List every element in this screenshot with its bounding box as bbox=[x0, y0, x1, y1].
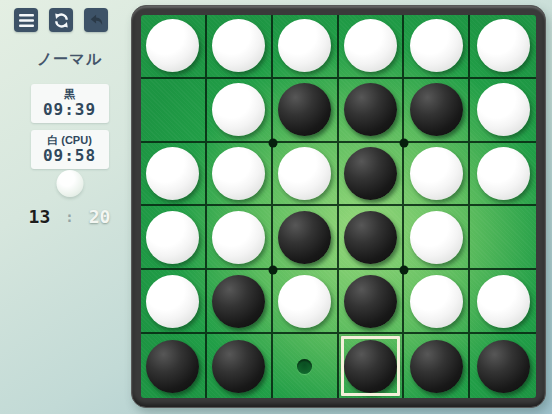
board-cell-r1c2[interactable] bbox=[207, 15, 273, 79]
board-cell-r6c6[interactable] bbox=[470, 334, 536, 398]
board-cell-r1c4[interactable] bbox=[339, 15, 405, 79]
menu-button[interactable] bbox=[14, 8, 38, 32]
black-stone bbox=[344, 275, 397, 328]
black-stone bbox=[278, 83, 331, 136]
board-cell-r3c3[interactable] bbox=[273, 143, 339, 207]
white-stone bbox=[410, 19, 463, 72]
undo-arrow-icon bbox=[88, 12, 105, 29]
white-stone bbox=[212, 147, 265, 200]
board-cell-r4c5[interactable] bbox=[404, 206, 470, 270]
board-frame bbox=[131, 5, 546, 408]
white-stone bbox=[212, 211, 265, 264]
black-stone bbox=[344, 340, 397, 393]
white-stone bbox=[278, 147, 331, 200]
black-stone bbox=[212, 275, 265, 328]
white-stone bbox=[410, 147, 463, 200]
board-cell-r2c1[interactable] bbox=[141, 79, 207, 143]
board-cell-r5c3[interactable] bbox=[273, 270, 339, 334]
white-stone bbox=[477, 83, 530, 136]
board-cell-r1c6[interactable] bbox=[470, 15, 536, 79]
white-score: 20 bbox=[89, 206, 111, 227]
black-timer-value: 09:39 bbox=[31, 101, 109, 119]
white-stone bbox=[146, 211, 199, 264]
black-stone bbox=[344, 211, 397, 264]
black-stone bbox=[344, 147, 397, 200]
board-cell-r2c6[interactable] bbox=[470, 79, 536, 143]
board-cell-r1c5[interactable] bbox=[404, 15, 470, 79]
black-stone bbox=[410, 340, 463, 393]
white-stone bbox=[410, 211, 463, 264]
white-stone bbox=[344, 19, 397, 72]
star-point bbox=[268, 266, 277, 275]
restart-button[interactable] bbox=[49, 8, 73, 32]
board-cell-r5c4[interactable] bbox=[339, 270, 405, 334]
score-separator: : bbox=[65, 209, 73, 225]
board-cell-r6c5[interactable] bbox=[404, 334, 470, 398]
black-stone bbox=[212, 340, 265, 393]
board-cell-r6c4[interactable] bbox=[339, 334, 405, 398]
board-cell-r3c6[interactable] bbox=[470, 143, 536, 207]
star-point bbox=[400, 266, 409, 275]
black-stone bbox=[278, 211, 331, 264]
board-cell-r2c3[interactable] bbox=[273, 79, 339, 143]
black-stone bbox=[477, 340, 530, 393]
board-cell-r2c4[interactable] bbox=[339, 79, 405, 143]
board-cell-r6c2[interactable] bbox=[207, 334, 273, 398]
white-stone bbox=[278, 275, 331, 328]
turn-indicator-white-stone bbox=[56, 170, 83, 197]
black-timer-card: 黒 09:39 bbox=[31, 84, 109, 123]
board-grid bbox=[141, 15, 536, 398]
black-player-label: 黒 bbox=[31, 87, 109, 101]
white-timer-value: 09:58 bbox=[31, 147, 109, 165]
board-cell-r4c3[interactable] bbox=[273, 206, 339, 270]
board-cell-r5c5[interactable] bbox=[404, 270, 470, 334]
star-point bbox=[268, 138, 277, 147]
board-cell-r6c3[interactable] bbox=[273, 334, 339, 398]
black-stone bbox=[146, 340, 199, 393]
star-point bbox=[400, 138, 409, 147]
black-score: 13 bbox=[29, 206, 51, 227]
board-cell-r4c6[interactable] bbox=[470, 206, 536, 270]
board-cell-r4c1[interactable] bbox=[141, 206, 207, 270]
white-stone bbox=[477, 275, 530, 328]
sidebar: ノーマル 黒 09:39 白 (CPU) 09:58 13 : 20 bbox=[0, 0, 139, 414]
board-cell-r4c4[interactable] bbox=[339, 206, 405, 270]
board-cell-r2c2[interactable] bbox=[207, 79, 273, 143]
white-timer-card: 白 (CPU) 09:58 bbox=[31, 130, 109, 169]
game-mode-label: ノーマル bbox=[0, 50, 139, 69]
board-cell-r3c2[interactable] bbox=[207, 143, 273, 207]
restart-sync-icon bbox=[53, 12, 70, 29]
board-cell-r2c5[interactable] bbox=[404, 79, 470, 143]
board-cell-r3c4[interactable] bbox=[339, 143, 405, 207]
hamburger-menu-icon bbox=[19, 14, 34, 27]
board-cell-r5c2[interactable] bbox=[207, 270, 273, 334]
board-cell-r4c2[interactable] bbox=[207, 206, 273, 270]
white-stone bbox=[212, 19, 265, 72]
legal-move-hint-dot[interactable] bbox=[297, 359, 312, 374]
undo-button[interactable] bbox=[84, 8, 108, 32]
board-cell-r3c1[interactable] bbox=[141, 143, 207, 207]
board-cell-r3c5[interactable] bbox=[404, 143, 470, 207]
white-player-label: 白 (CPU) bbox=[31, 133, 109, 147]
white-stone bbox=[477, 147, 530, 200]
black-stone bbox=[344, 83, 397, 136]
white-stone bbox=[477, 19, 530, 72]
score-display: 13 : 20 bbox=[0, 206, 139, 227]
white-stone bbox=[410, 275, 463, 328]
board-cell-r5c1[interactable] bbox=[141, 270, 207, 334]
board-cell-r5c6[interactable] bbox=[470, 270, 536, 334]
white-stone bbox=[278, 19, 331, 72]
board bbox=[141, 15, 536, 398]
white-stone bbox=[146, 275, 199, 328]
board-cell-r1c3[interactable] bbox=[273, 15, 339, 79]
white-stone bbox=[146, 147, 199, 200]
toolbar bbox=[14, 8, 108, 32]
white-stone bbox=[212, 83, 265, 136]
black-stone bbox=[410, 83, 463, 136]
white-stone bbox=[146, 19, 199, 72]
board-cell-r6c1[interactable] bbox=[141, 334, 207, 398]
board-cell-r1c1[interactable] bbox=[141, 15, 207, 79]
